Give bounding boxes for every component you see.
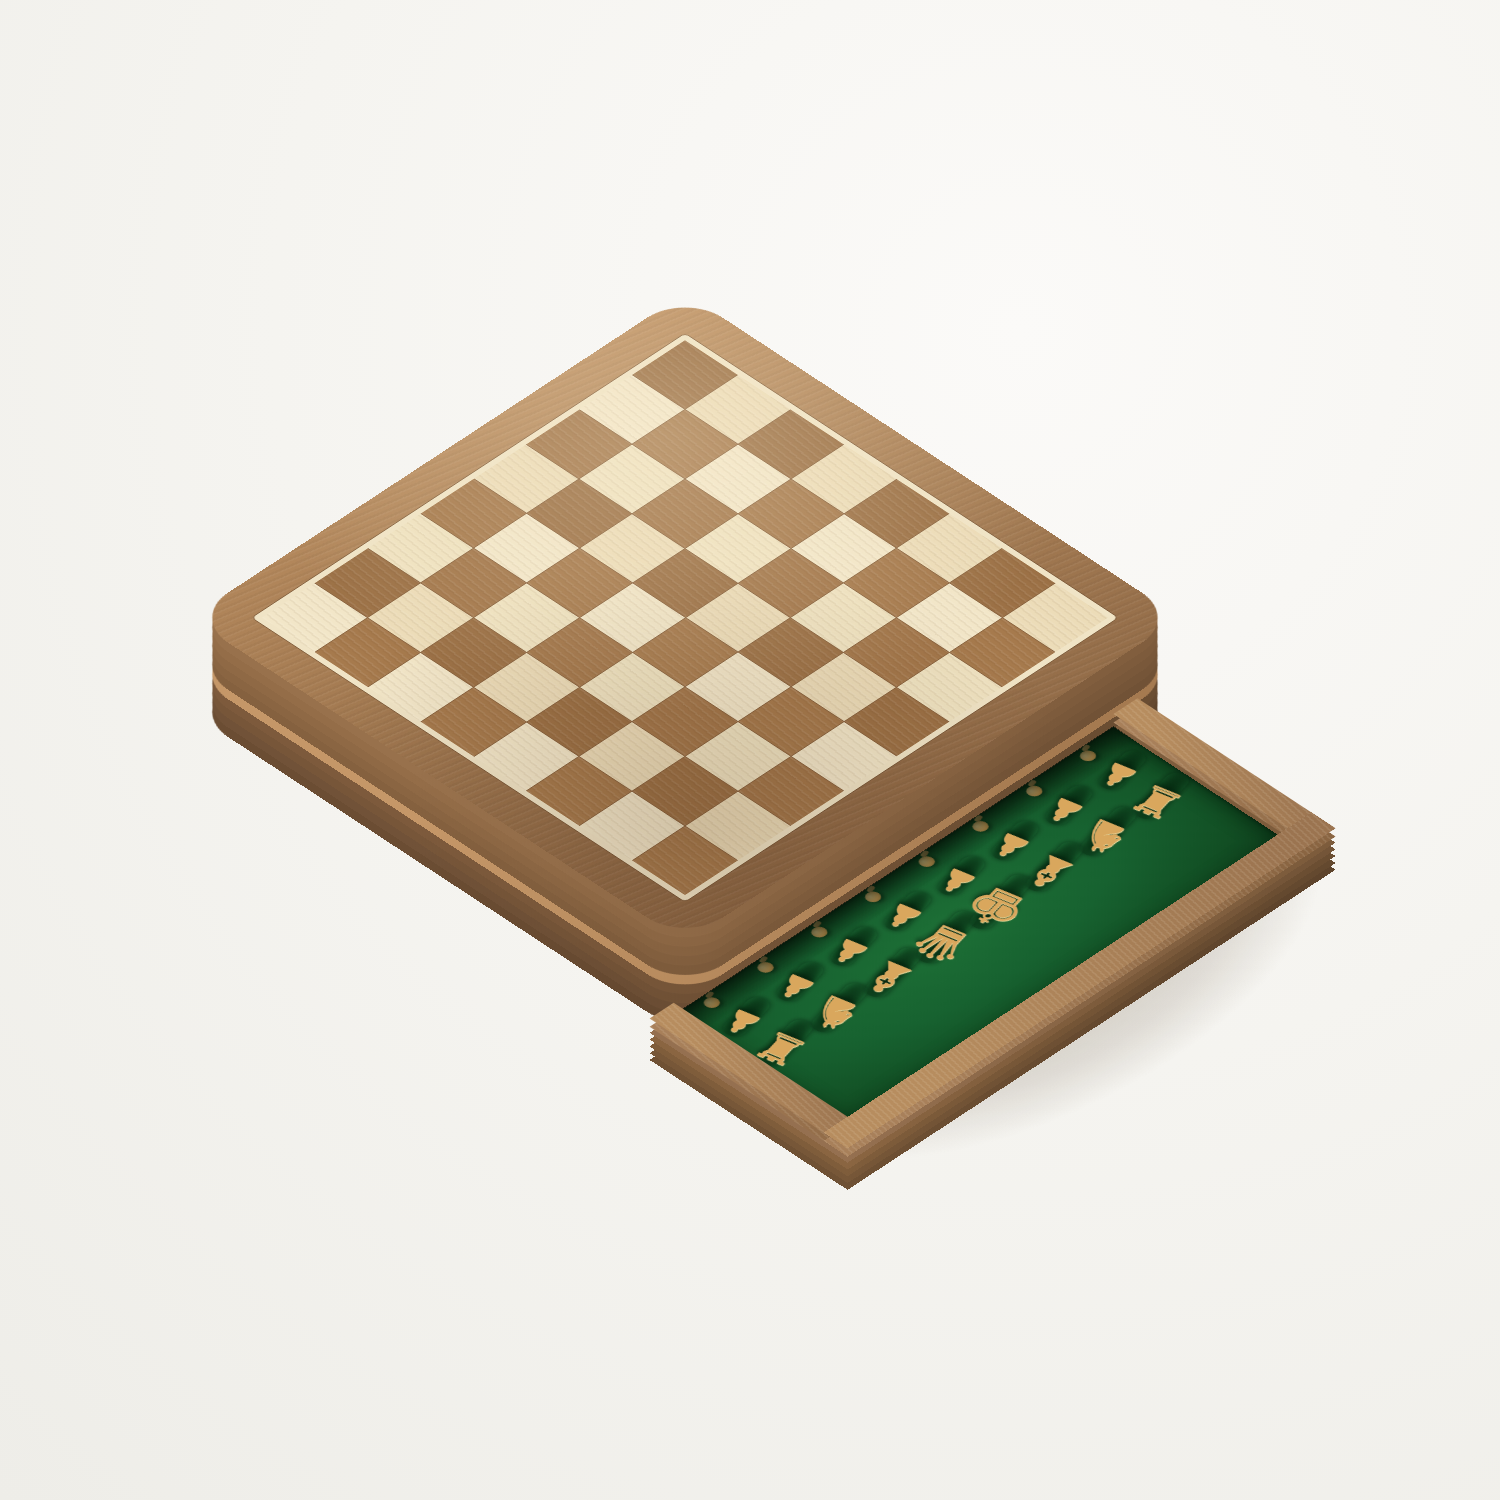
product-photo: ♟♟♟♟♟♟♟♟♜♞♝♛♚♝♞♜ — [0, 0, 1500, 1500]
